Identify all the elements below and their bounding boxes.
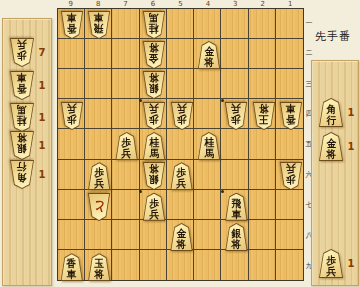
- square-5-9[interactable]: [167, 250, 194, 280]
- square-2-5[interactable]: [249, 129, 276, 159]
- square-9-6[interactable]: [58, 160, 85, 190]
- square-8-8[interactable]: [85, 220, 112, 250]
- koma-6-6-gote[interactable]: 銀将: [142, 162, 166, 190]
- koma-1-4-gote[interactable]: 香車: [279, 102, 303, 130]
- koma-6-2-gote[interactable]: 金将: [142, 41, 166, 69]
- koma-7-5-sente[interactable]: 歩兵: [115, 132, 139, 160]
- piece-kanji: 玉将: [87, 253, 111, 281]
- square-5-1[interactable]: [167, 9, 194, 39]
- hand-koma-gote-角[interactable]: 角行: [9, 160, 35, 189]
- piece-kanji: 桂馬: [142, 132, 166, 160]
- square-5-2[interactable]: [167, 39, 194, 69]
- file-label-9: 9: [57, 0, 84, 8]
- square-8-2[interactable]: [85, 39, 112, 69]
- piece-kanji: 歩兵: [60, 102, 84, 130]
- hand-koma-gote-香[interactable]: 香車: [9, 71, 35, 100]
- square-5-7[interactable]: [167, 190, 194, 220]
- hand-count-gote-香: 1: [36, 80, 48, 91]
- file-label-2: 2: [249, 0, 276, 8]
- file-label-8: 8: [84, 0, 111, 8]
- file-label-7: 7: [112, 0, 139, 8]
- shogi-app-window: 歩兵7香車1桂馬1銀将1角行1 987654321 香車飛車桂馬金将銀将金将歩兵…: [0, 0, 360, 287]
- koma-6-5-sente[interactable]: 桂馬: [142, 132, 166, 160]
- square-4-7[interactable]: [194, 190, 221, 220]
- square-8-3[interactable]: [85, 69, 112, 99]
- koma-8-6-sente[interactable]: 歩兵: [87, 162, 111, 190]
- piece-kanji: 歩兵: [9, 38, 35, 67]
- piece-kanji: 銀将: [224, 223, 248, 251]
- square-4-8[interactable]: [194, 220, 221, 250]
- square-6-8[interactable]: [140, 220, 167, 250]
- square-2-7[interactable]: [249, 190, 276, 220]
- square-1-8[interactable]: [276, 220, 303, 250]
- piece-kanji: 王将: [252, 102, 276, 130]
- square-2-2[interactable]: [249, 39, 276, 69]
- square-9-3[interactable]: [58, 69, 85, 99]
- square-8-5[interactable]: [85, 129, 112, 159]
- square-7-2[interactable]: [112, 39, 139, 69]
- square-7-3[interactable]: [112, 69, 139, 99]
- file-label-5: 5: [167, 0, 194, 8]
- koma-9-4-gote[interactable]: 歩兵: [60, 102, 84, 130]
- piece-kanji: 歩兵: [115, 132, 139, 160]
- hand-koma-gote-桂[interactable]: 桂馬: [9, 103, 35, 132]
- koma-6-4-gote[interactable]: 歩兵: [142, 102, 166, 130]
- hand-count-gote-角: 1: [36, 169, 48, 180]
- star-point: [221, 99, 224, 102]
- square-1-2[interactable]: [276, 39, 303, 69]
- piece-kanji: 桂馬: [142, 11, 166, 39]
- gote-captured-pieces-stand: 歩兵7香車1桂馬1銀将1角行1: [2, 18, 52, 286]
- piece-kanji: 香車: [60, 253, 84, 281]
- file-label-3: 3: [222, 0, 249, 8]
- koma-4-5-sente[interactable]: 桂馬: [197, 132, 221, 160]
- square-2-6[interactable]: [249, 160, 276, 190]
- piece-kanji: 角行: [9, 160, 35, 189]
- square-3-6[interactable]: [221, 160, 248, 190]
- star-point: [221, 190, 224, 193]
- hand-koma-sente-角[interactable]: 角行: [318, 98, 344, 127]
- piece-kanji: 歩兵: [279, 162, 303, 190]
- square-7-4[interactable]: [112, 99, 139, 129]
- square-2-1[interactable]: [249, 9, 276, 39]
- piece-kanji: 銀将: [9, 131, 35, 160]
- square-1-1[interactable]: [276, 9, 303, 39]
- square-3-3[interactable]: [221, 69, 248, 99]
- square-2-3[interactable]: [249, 69, 276, 99]
- koma-6-3-gote[interactable]: 銀将: [142, 71, 166, 99]
- koma-9-1-gote[interactable]: 香車: [60, 11, 84, 39]
- square-4-6[interactable]: [194, 160, 221, 190]
- piece-kanji: 角行: [318, 98, 344, 127]
- piece-kanji: 金将: [170, 223, 194, 251]
- square-9-7[interactable]: [58, 190, 85, 220]
- piece-kanji: 歩兵: [224, 102, 248, 130]
- piece-kanji: と: [87, 193, 111, 221]
- piece-kanji: 飛車: [224, 193, 248, 221]
- piece-kanji: 歩兵: [142, 193, 166, 221]
- koma-4-2-sente[interactable]: 金将: [197, 41, 221, 69]
- koma-1-6-gote[interactable]: 歩兵: [279, 162, 303, 190]
- file-coordinate-labels: 987654321: [57, 0, 304, 8]
- piece-kanji: 歩兵: [87, 162, 111, 190]
- square-7-9[interactable]: [112, 250, 139, 280]
- hand-koma-gote-銀[interactable]: 銀将: [9, 131, 35, 160]
- star-point: [139, 99, 142, 102]
- piece-kanji: 香車: [279, 102, 303, 130]
- square-3-9[interactable]: [221, 250, 248, 280]
- square-3-1[interactable]: [221, 9, 248, 39]
- turn-indicator: 先手番: [308, 29, 358, 44]
- hand-koma-sente-金[interactable]: 金将: [318, 132, 344, 161]
- square-2-8[interactable]: [249, 220, 276, 250]
- koma-5-6-sente[interactable]: 歩兵: [170, 162, 194, 190]
- square-9-2[interactable]: [58, 39, 85, 69]
- square-3-5[interactable]: [221, 129, 248, 159]
- star-point: [139, 190, 142, 193]
- file-label-4: 4: [194, 0, 221, 8]
- koma-2-4-gote[interactable]: 王将: [252, 102, 276, 130]
- piece-kanji: 香車: [60, 11, 84, 39]
- koma-9-9-sente[interactable]: 香車: [60, 253, 84, 281]
- shogi-board: 香車飛車桂馬金将銀将金将歩兵歩兵歩兵歩兵王将香車歩兵桂馬桂馬歩兵銀将歩兵歩兵と歩…: [57, 8, 304, 281]
- square-3-2[interactable]: [221, 39, 248, 69]
- square-4-1[interactable]: [194, 9, 221, 39]
- square-5-5[interactable]: [167, 129, 194, 159]
- koma-5-4-gote[interactable]: 歩兵: [170, 102, 194, 130]
- square-7-8[interactable]: [112, 220, 139, 250]
- koma-6-1-gote[interactable]: 桂馬: [142, 11, 166, 39]
- square-8-4[interactable]: [85, 99, 112, 129]
- hand-koma-gote-歩[interactable]: 歩兵: [9, 38, 35, 67]
- koma-8-1-gote[interactable]: 飛車: [87, 11, 111, 39]
- piece-kanji: 銀将: [142, 71, 166, 99]
- square-4-4[interactable]: [194, 99, 221, 129]
- koma-3-7-sente[interactable]: 飛車: [224, 193, 248, 221]
- hand-count-sente-歩: 1: [345, 258, 357, 269]
- square-5-3[interactable]: [167, 69, 194, 99]
- square-6-9[interactable]: [140, 250, 167, 280]
- piece-kanji: 金将: [142, 41, 166, 69]
- koma-3-8-sente[interactable]: 銀将: [224, 223, 248, 251]
- piece-kanji: 歩兵: [318, 249, 344, 278]
- square-1-3[interactable]: [276, 69, 303, 99]
- piece-kanji: 歩兵: [142, 102, 166, 130]
- hand-count-sente-角: 1: [345, 107, 357, 118]
- file-label-1: 1: [277, 0, 304, 8]
- piece-kanji: 金将: [197, 41, 221, 69]
- square-1-7[interactable]: [276, 190, 303, 220]
- piece-kanji: 香車: [9, 71, 35, 100]
- square-1-5[interactable]: [276, 129, 303, 159]
- sente-captured-pieces-stand: 角行1金将1歩兵1: [311, 60, 359, 286]
- hand-koma-sente-歩[interactable]: 歩兵: [318, 249, 344, 278]
- piece-kanji: 桂馬: [9, 103, 35, 132]
- piece-kanji: 桂馬: [197, 132, 221, 160]
- square-4-3[interactable]: [194, 69, 221, 99]
- koma-6-7-sente[interactable]: 歩兵: [142, 193, 166, 221]
- hand-count-sente-金: 1: [345, 141, 357, 152]
- hand-count-gote-歩: 7: [36, 47, 48, 58]
- square-9-5[interactable]: [58, 129, 85, 159]
- square-7-6[interactable]: [112, 160, 139, 190]
- square-7-1[interactable]: [112, 9, 139, 39]
- piece-kanji: 金将: [318, 132, 344, 161]
- koma-5-8-sente[interactable]: 金将: [170, 223, 194, 251]
- square-1-9[interactable]: [276, 250, 303, 280]
- hand-count-gote-桂: 1: [36, 112, 48, 123]
- square-4-9[interactable]: [194, 250, 221, 280]
- koma-3-4-gote[interactable]: 歩兵: [224, 102, 248, 130]
- hand-count-gote-銀: 1: [36, 140, 48, 151]
- piece-kanji: 飛車: [87, 11, 111, 39]
- file-label-6: 6: [139, 0, 166, 8]
- square-9-8[interactable]: [58, 220, 85, 250]
- piece-kanji: 歩兵: [170, 162, 194, 190]
- koma-8-7-gote[interactable]: と: [87, 193, 111, 221]
- square-7-7[interactable]: [112, 190, 139, 220]
- square-2-9[interactable]: [249, 250, 276, 280]
- piece-kanji: 歩兵: [170, 102, 194, 130]
- piece-kanji: 銀将: [142, 162, 166, 190]
- koma-8-9-sente[interactable]: 玉将: [87, 253, 111, 281]
